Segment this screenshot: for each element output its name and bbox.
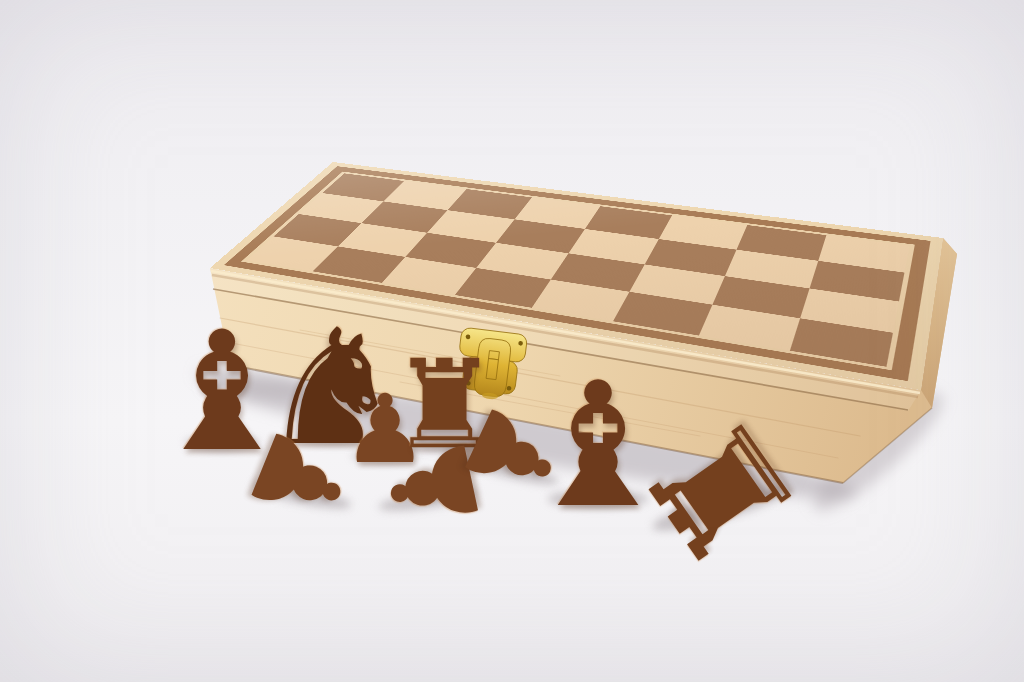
photo-scene: ♝ ♞ ♟ ♜ ♝ ♟ ♟ ♟ ♜ — [0, 0, 1024, 682]
